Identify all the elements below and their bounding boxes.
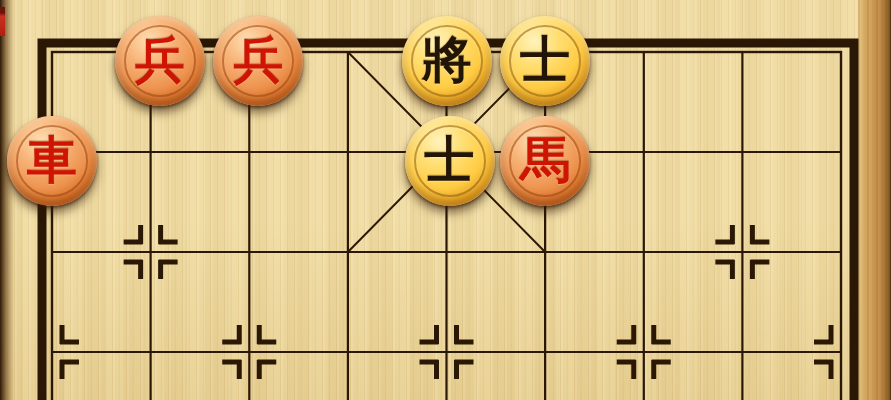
xiangqi-board[interactable]: 兵兵將士車士馬: [0, 0, 891, 400]
black-advisor-1-piece[interactable]: 士: [500, 16, 590, 106]
black-general-piece[interactable]: 將: [402, 16, 492, 106]
piece-character: 馬: [520, 135, 570, 185]
pieces-layer: 兵兵將士車士馬: [0, 0, 891, 400]
red-soldier-2-piece[interactable]: 兵: [213, 16, 303, 106]
red-horse-piece[interactable]: 馬: [500, 116, 590, 206]
black-advisor-2-piece[interactable]: 士: [405, 116, 495, 206]
piece-character: 將: [422, 35, 472, 85]
piece-character: 士: [425, 135, 475, 185]
red-soldier-1-piece[interactable]: 兵: [115, 16, 205, 106]
red-chariot-piece[interactable]: 車: [7, 116, 97, 206]
piece-character: 士: [520, 35, 570, 85]
piece-character: 兵: [233, 35, 283, 85]
piece-character: 車: [27, 135, 77, 185]
piece-character: 兵: [135, 35, 185, 85]
